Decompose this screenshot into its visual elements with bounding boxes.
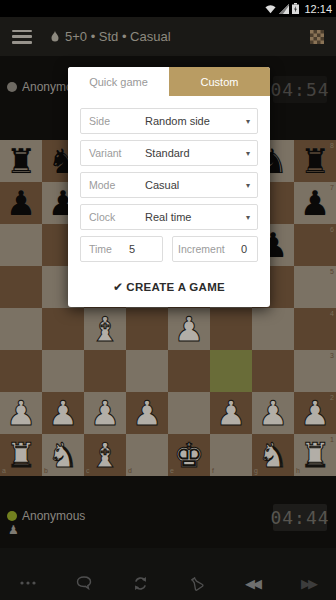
player-name: Anonymous xyxy=(22,509,85,523)
rank-label-8: 8 xyxy=(330,142,334,149)
rank-label-2: 2 xyxy=(330,394,334,401)
captured-pieces-tray: ♟ xyxy=(8,524,19,536)
white-pawn-e4: ♟ xyxy=(168,308,210,350)
opponent-clock: 04:54 xyxy=(273,76,327,103)
chevron-down-icon: ▾ xyxy=(246,181,250,190)
square-c1[interactable]: ♝c xyxy=(84,434,126,476)
square-c4[interactable]: ♝ xyxy=(84,308,126,350)
square-b1[interactable]: ♞b xyxy=(42,434,84,476)
forward-button[interactable]: ▶▶ xyxy=(280,568,336,598)
check-icon: ✔ xyxy=(113,280,123,294)
signal-icon xyxy=(279,4,289,14)
square-a5[interactable] xyxy=(0,266,42,308)
app-header: 5+0 • Std • Casual xyxy=(0,17,336,56)
clock-select[interactable]: Clock Real time ▾ xyxy=(80,204,258,230)
square-e2[interactable] xyxy=(168,392,210,434)
file-label-f: f xyxy=(212,467,214,474)
white-pawn-d2: ♟ xyxy=(126,392,168,434)
dialog-tabs: Quick game Custom xyxy=(68,67,270,96)
square-d3[interactable] xyxy=(126,350,168,392)
square-e1[interactable]: ♚e xyxy=(168,434,210,476)
wifi-icon xyxy=(265,4,276,14)
square-g1[interactable]: ♞g xyxy=(252,434,294,476)
side-select[interactable]: Side Random side ▾ xyxy=(80,108,258,134)
square-h3[interactable]: 3 xyxy=(294,350,336,392)
square-d4[interactable] xyxy=(126,308,168,350)
square-g4[interactable] xyxy=(252,308,294,350)
player-clock: 04:44 xyxy=(273,504,327,531)
variant-select[interactable]: Variant Standard ▾ xyxy=(80,140,258,166)
square-h4[interactable]: 4 xyxy=(294,308,336,350)
time-input[interactable]: Time 5 xyxy=(80,236,163,262)
square-e3[interactable] xyxy=(168,350,210,392)
white-knight-b1: ♞ xyxy=(42,434,84,476)
square-d1[interactable]: d xyxy=(126,434,168,476)
square-f3[interactable] xyxy=(210,350,252,392)
more-options-button[interactable] xyxy=(0,568,56,598)
fast-forward-icon: ▶▶ xyxy=(301,576,315,591)
tab-quick-game[interactable]: Quick game xyxy=(68,67,169,96)
opponent-status-dot xyxy=(7,82,17,92)
increment-input[interactable]: Increment 0 xyxy=(172,236,258,262)
square-a3[interactable] xyxy=(0,350,42,392)
player-row: Anonymous xyxy=(7,509,85,523)
chat-bubble-icon xyxy=(76,576,92,590)
blitz-flame-icon xyxy=(50,30,60,43)
square-a7[interactable]: ♟ xyxy=(0,182,42,224)
rotate-icon xyxy=(133,576,148,591)
rank-label-1: 1 xyxy=(330,436,334,443)
white-pawn-c2: ♟ xyxy=(84,392,126,434)
square-h7[interactable]: ♟7 xyxy=(294,182,336,224)
game-toolbar: ◀◀ ▶▶ xyxy=(0,548,336,600)
game-info-title: 5+0 • Std • Casual xyxy=(50,29,171,44)
square-f4[interactable] xyxy=(210,308,252,350)
square-a1[interactable]: ♜a xyxy=(0,434,42,476)
player-status-dot xyxy=(7,511,17,521)
white-pawn-b2: ♟ xyxy=(42,392,84,434)
square-a4[interactable] xyxy=(0,308,42,350)
square-c3[interactable] xyxy=(84,350,126,392)
ellipsis-icon xyxy=(20,581,36,585)
file-label-e: e xyxy=(170,467,174,474)
file-label-g: g xyxy=(254,467,258,474)
rank-label-5: 5 xyxy=(330,268,334,275)
file-label-b: b xyxy=(44,467,48,474)
square-h1[interactable]: ♜h1 xyxy=(294,434,336,476)
square-h5[interactable]: 5 xyxy=(294,266,336,308)
captured-pawn-icon: ♟ xyxy=(8,523,19,537)
square-f1[interactable]: f xyxy=(210,434,252,476)
square-a8[interactable]: ♜ xyxy=(0,140,42,182)
file-label-a: a xyxy=(2,467,6,474)
backward-button[interactable]: ◀◀ xyxy=(224,568,280,598)
fast-backward-icon: ◀◀ xyxy=(245,576,259,591)
white-pawn-a2: ♟ xyxy=(0,392,42,434)
white-bishop-c4: ♝ xyxy=(84,308,126,350)
status-clock: 12:14 xyxy=(304,3,332,15)
square-g3[interactable] xyxy=(252,350,294,392)
square-b3[interactable] xyxy=(42,350,84,392)
square-f2[interactable]: ♟ xyxy=(210,392,252,434)
white-king-e1: ♚ xyxy=(168,434,210,476)
square-h8[interactable]: ♜8 xyxy=(294,140,336,182)
black-rook-a8: ♜ xyxy=(0,140,42,182)
white-pawn-g2: ♟ xyxy=(252,392,294,434)
file-label-d: d xyxy=(128,467,132,474)
flip-board-button[interactable] xyxy=(112,568,168,598)
chevron-down-icon: ▾ xyxy=(246,117,250,126)
rank-label-6: 6 xyxy=(330,226,334,233)
square-h6[interactable]: 6 xyxy=(294,224,336,266)
tab-custom[interactable]: Custom xyxy=(169,67,270,96)
mode-select[interactable]: Mode Casual ▾ xyxy=(80,172,258,198)
create-game-dialog: Quick game Custom Side Random side ▾ Var… xyxy=(68,67,270,307)
create-game-button[interactable]: ✔ CREATE A GAME xyxy=(80,280,258,294)
white-bishop-c1: ♝ xyxy=(84,434,126,476)
chevron-down-icon: ▾ xyxy=(246,213,250,222)
square-d2[interactable]: ♟ xyxy=(126,392,168,434)
white-pawn-f2: ♟ xyxy=(210,392,252,434)
analysis-board-icon[interactable] xyxy=(310,30,324,44)
square-a2[interactable]: ♟ xyxy=(0,392,42,434)
square-g2[interactable]: ♟ xyxy=(252,392,294,434)
white-rook-a1: ♜ xyxy=(0,434,42,476)
square-b2[interactable]: ♟ xyxy=(42,392,84,434)
rank-label-7: 7 xyxy=(330,184,334,191)
square-e4[interactable]: ♟ xyxy=(168,308,210,350)
square-h2[interactable]: ♟2 xyxy=(294,392,336,434)
battery-icon xyxy=(292,3,299,14)
flask-icon xyxy=(189,576,204,591)
status-bar: 12:14 xyxy=(0,0,336,17)
rank-label-4: 4 xyxy=(330,310,334,317)
chat-button[interactable] xyxy=(56,568,112,598)
square-a6[interactable] xyxy=(0,224,42,266)
chevron-down-icon: ▾ xyxy=(246,149,250,158)
square-c2[interactable]: ♟ xyxy=(84,392,126,434)
rank-label-3: 3 xyxy=(330,352,334,359)
file-label-h: h xyxy=(296,467,300,474)
menu-icon[interactable] xyxy=(12,30,32,44)
analysis-button[interactable] xyxy=(168,568,224,598)
square-b4[interactable] xyxy=(42,308,84,350)
file-label-c: c xyxy=(86,467,90,474)
black-pawn-a7: ♟ xyxy=(0,182,42,224)
white-knight-g1: ♞ xyxy=(252,434,294,476)
